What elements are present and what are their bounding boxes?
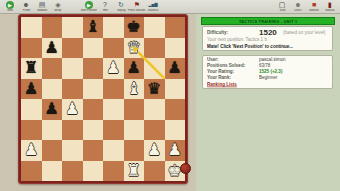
panel-header-title: TACTICS TRAINING - UNIT 1	[239, 19, 298, 23]
stats-card: User:pascal.simonPositions Solved:63/78Y…	[202, 55, 333, 89]
square-f5[interactable]: ♝	[124, 79, 145, 100]
toolbar-button-hint[interactable]: ?Hint	[97, 1, 113, 15]
statistics-icon: ▂▅▇	[148, 1, 158, 9]
square-c3[interactable]	[62, 120, 83, 141]
square-f6[interactable]: ♟	[124, 58, 145, 79]
ranking-lists-link[interactable]: Ranking Lists	[207, 82, 237, 87]
stat-value: 63/78	[259, 63, 270, 68]
square-f2[interactable]	[124, 140, 145, 161]
square-c6[interactable]	[62, 58, 83, 79]
piece-black-pawn: ♟	[45, 99, 59, 119]
manual-icon: ▮	[325, 1, 335, 9]
square-d2[interactable]	[83, 140, 104, 161]
difficulty-value: 1520	[259, 28, 277, 37]
piece-white-pawn: ♟	[24, 140, 38, 160]
square-h5[interactable]	[165, 79, 186, 100]
square-e7[interactable]	[103, 38, 124, 59]
square-c1[interactable]	[62, 161, 83, 182]
square-h4[interactable]	[165, 99, 186, 120]
square-h2[interactable]: ♟	[165, 140, 186, 161]
piece-white-pawn: ♟	[106, 58, 120, 78]
toolbar-button-label: Setup	[54, 9, 61, 12]
toolbar-button-users[interactable]: ☻Users	[290, 1, 306, 15]
toolbar-button-label: Replay	[117, 9, 125, 12]
app-window: ▶New☻Profile▤Modules◈Setup ▶Next Positio…	[0, 0, 340, 191]
chess-board-frame: ♝♚♟♛♜♟♟♟♟♝♛♟♟♟♟♟♜♚	[18, 14, 188, 184]
finish-session-icon: ⚑	[132, 1, 142, 9]
square-b6[interactable]	[42, 58, 63, 79]
side-panel: TACTICS TRAINING - UNIT 1 Difficulty: 15…	[196, 14, 340, 191]
square-a2[interactable]: ♟	[21, 140, 42, 161]
board-corner-badge	[180, 163, 191, 174]
square-e3[interactable]	[103, 120, 124, 141]
toolbar-button-label: Profile	[22, 9, 30, 12]
square-c2[interactable]	[62, 140, 83, 161]
square-c7[interactable]	[62, 38, 83, 59]
view-icon: ▢	[277, 1, 287, 9]
toolbar-button-label: Modules	[37, 9, 47, 12]
toolbar-button-new[interactable]: ▶New	[2, 1, 18, 15]
square-g3[interactable]	[144, 120, 165, 141]
square-c4[interactable]: ♟	[62, 99, 83, 120]
piece-white-rook: ♜	[127, 161, 141, 181]
next-position-icon: ▶	[85, 1, 93, 9]
toolbar-button-next-position[interactable]: ▶Next Position	[81, 1, 97, 15]
square-g4[interactable]	[144, 99, 165, 120]
toolbar-left-group: ▶New☻Profile▤Modules◈Setup	[2, 1, 66, 15]
square-d3[interactable]	[83, 120, 104, 141]
square-b4[interactable]: ♟	[42, 99, 63, 120]
toolbar-button-profile[interactable]: ☻Profile	[18, 1, 34, 15]
square-a5[interactable]: ♟	[21, 79, 42, 100]
stat-label: Your Rating:	[207, 69, 234, 74]
square-g1[interactable]	[144, 161, 165, 182]
square-g8[interactable]	[144, 17, 165, 38]
square-b7[interactable]: ♟	[42, 38, 63, 59]
square-a3[interactable]	[21, 120, 42, 141]
square-b3[interactable]	[42, 120, 63, 141]
stat-value: Beginner	[259, 75, 277, 80]
square-d7[interactable]	[83, 38, 104, 59]
toolbar-button-label: Finish Session	[128, 9, 146, 12]
toolbar-button-view[interactable]: ▢View	[274, 1, 290, 15]
square-b5[interactable]	[42, 79, 63, 100]
toolbar-button-label: Statistics	[148, 9, 159, 12]
square-c8[interactable]	[62, 17, 83, 38]
stat-value: 1525 (+2.3)	[259, 69, 282, 74]
users-icon: ☻	[293, 1, 303, 9]
piece-white-bishop: ♝	[127, 79, 141, 99]
toolbar-button-label: Manual	[326, 9, 335, 12]
piece-black-pawn: ♟	[168, 58, 182, 78]
toolbar-button-label: View	[279, 9, 285, 12]
square-g7[interactable]	[144, 38, 165, 59]
toolbar-button-manual[interactable]: ▮Manual	[322, 1, 338, 15]
piece-black-bishop: ♝	[86, 17, 100, 37]
stat-value: pascal.simon	[259, 57, 286, 62]
square-e2[interactable]	[103, 140, 124, 161]
square-a8[interactable]	[21, 17, 42, 38]
setup-icon: ◈	[53, 1, 63, 9]
piece-black-pawn: ♟	[127, 58, 141, 78]
square-f4[interactable]	[124, 99, 145, 120]
square-c5[interactable]	[62, 79, 83, 100]
square-b1[interactable]	[42, 161, 63, 182]
square-f1[interactable]: ♜	[124, 161, 145, 182]
piece-white-pawn: ♟	[65, 99, 79, 119]
square-a4[interactable]	[21, 99, 42, 120]
piece-black-pawn: ♟	[45, 38, 59, 58]
stat-label: Positions Solved:	[207, 63, 245, 68]
toolbar-button-label: Website	[309, 9, 319, 12]
stat-label: Your Rank:	[207, 75, 231, 80]
toolbar-button-setup[interactable]: ◈Setup	[50, 1, 66, 15]
piece-black-rook: ♜	[24, 58, 38, 78]
square-h7[interactable]	[165, 38, 186, 59]
square-a7[interactable]	[21, 38, 42, 59]
piece-white-queen: ♛	[127, 38, 141, 58]
toolbar-mid-group: ▶Next Position?Hint↻Replay⚑Finish Sessio…	[81, 1, 161, 15]
square-h8[interactable]	[165, 17, 186, 38]
toolbar-button-finish-session[interactable]: ⚑Finish Session	[129, 1, 145, 15]
square-h3[interactable]	[165, 120, 186, 141]
square-e4[interactable]	[103, 99, 124, 120]
toolbar-button-label: New	[7, 9, 12, 12]
piece-white-pawn: ♟	[168, 140, 182, 160]
piece-black-king: ♚	[127, 17, 141, 37]
square-f8[interactable]: ♚	[124, 17, 145, 38]
toolbar: ▶New☻Profile▤Modules◈Setup ▶Next Positio…	[0, 0, 340, 14]
square-f3[interactable]	[124, 120, 145, 141]
toolbar-button-statistics[interactable]: ▂▅▇Statistics	[145, 1, 161, 15]
modules-icon: ▤	[37, 1, 47, 9]
square-b8[interactable]	[42, 17, 63, 38]
square-g2[interactable]: ♟	[144, 140, 165, 161]
website-icon: ■	[309, 1, 319, 9]
square-d8[interactable]: ♝	[83, 17, 104, 38]
panel-header: TACTICS TRAINING - UNIT 1	[201, 17, 335, 25]
square-g6[interactable]	[144, 58, 165, 79]
toolbar-button-label: Next Position	[81, 9, 97, 12]
new-session-icon: ▶	[6, 1, 14, 9]
toolbar-button-replay[interactable]: ↻Replay	[113, 1, 129, 15]
chess-board: ♝♚♟♛♜♟♟♟♟♝♛♟♟♟♟♟♜♚	[21, 17, 185, 181]
square-e5[interactable]	[103, 79, 124, 100]
square-e6[interactable]: ♟	[103, 58, 124, 79]
square-e8[interactable]	[103, 17, 124, 38]
toolbar-right-group: ▢View☻Users■Website▮Manual	[274, 1, 338, 15]
square-b2[interactable]	[42, 140, 63, 161]
toolbar-button-label: Hint	[103, 9, 108, 12]
stat-label: User:	[207, 57, 219, 62]
toolbar-button-label: Users	[294, 9, 301, 12]
replay-icon: ↻	[116, 1, 126, 9]
next-position-line: Your next position: Tactics 1 b	[207, 37, 267, 42]
hint-icon: ?	[100, 1, 110, 9]
status-card: Difficulty: 1520 (based on your level) Y…	[202, 26, 333, 51]
square-d4[interactable]	[83, 99, 104, 120]
toolbar-button-modules[interactable]: ▤Modules	[34, 1, 50, 15]
square-d1[interactable]	[83, 161, 104, 182]
difficulty-note: (based on your level)	[283, 30, 325, 35]
square-g5[interactable]: ♛	[144, 79, 165, 100]
profile-icon: ☻	[21, 1, 31, 9]
toolbar-button-website[interactable]: ■Website	[306, 1, 322, 15]
piece-black-pawn: ♟	[24, 79, 38, 99]
piece-white-pawn: ♟	[147, 140, 161, 160]
square-d5[interactable]	[83, 79, 104, 100]
square-e1[interactable]	[103, 161, 124, 182]
square-f7[interactable]: ♛	[124, 38, 145, 59]
square-a1[interactable]	[21, 161, 42, 182]
square-h6[interactable]: ♟	[165, 58, 186, 79]
status-message: Mate! Click 'Next Position' to continue.…	[207, 44, 293, 49]
square-a6[interactable]: ♜	[21, 58, 42, 79]
piece-black-queen: ♛	[147, 79, 161, 99]
square-d6[interactable]	[83, 58, 104, 79]
difficulty-label: Difficulty:	[207, 30, 228, 35]
